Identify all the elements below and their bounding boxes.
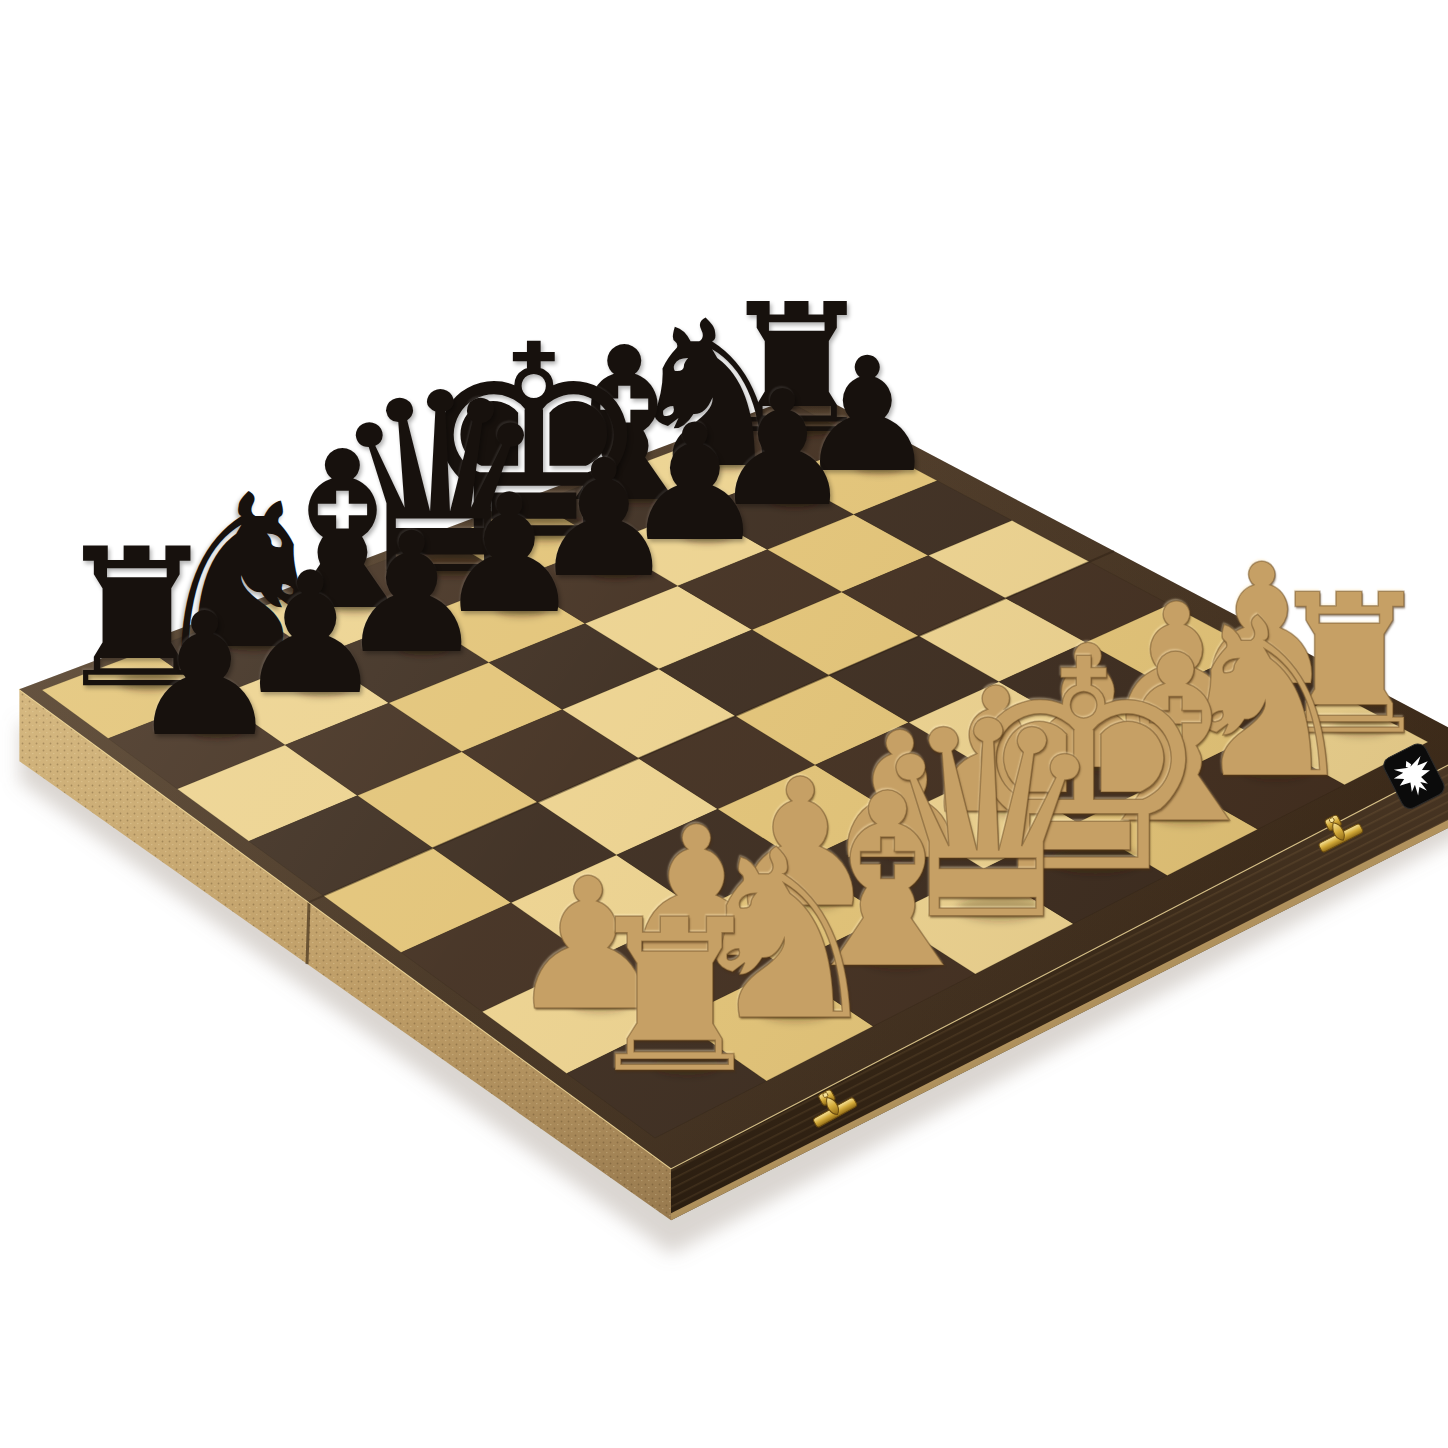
piece-black-pawn-a7[interactable]: ♟ xyxy=(129,590,281,760)
chess-set-photo: ♜♞♟♝♟♚♟♛♟♝♟♞♟♟♜♟♟♜♟♟♞♟♝♟♚♟♛♟♝♟♞♜ xyxy=(0,0,1448,1448)
piece-white-rook-a1[interactable]: ♜ xyxy=(580,892,769,1103)
